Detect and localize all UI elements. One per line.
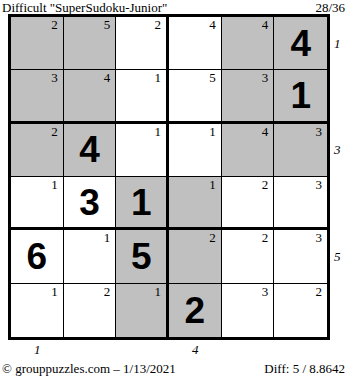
cell-r3c6[interactable]: 3 xyxy=(274,124,327,177)
cell-r3c2[interactable]: 4 xyxy=(64,124,117,177)
cell-r2c3[interactable]: 1 xyxy=(116,70,169,123)
cell-r5c1[interactable]: 6 xyxy=(11,230,64,283)
pencil-mark: 4 xyxy=(262,18,269,32)
pencil-mark: 5 xyxy=(104,18,111,32)
pencil-mark: 3 xyxy=(51,71,58,85)
cell-r5c5[interactable]: 2 xyxy=(222,230,275,283)
given-digit: 1 xyxy=(131,184,152,221)
given-digit: 4 xyxy=(290,25,311,62)
pencil-mark: 3 xyxy=(262,71,269,85)
pencil-mark: 1 xyxy=(155,71,162,85)
pencil-mark: 1 xyxy=(155,285,162,299)
cell-r4c1[interactable]: 1 xyxy=(11,177,64,230)
pencil-mark: 2 xyxy=(51,125,58,139)
cell-r2c6[interactable]: 1 xyxy=(274,70,327,123)
pencil-mark: 4 xyxy=(262,125,269,139)
pencil-mark: 1 xyxy=(209,178,216,192)
given-digit: 1 xyxy=(290,77,311,114)
pencil-mark: 3 xyxy=(316,178,323,192)
cell-r6c2[interactable]: 2 xyxy=(64,284,117,337)
given-digit: 4 xyxy=(79,131,100,168)
given-digit: 6 xyxy=(27,238,48,275)
cell-r1c5[interactable]: 4 xyxy=(222,17,275,70)
col-label-4: 4 xyxy=(192,342,199,358)
difficulty-text: Diff: 5 / 8.8642 xyxy=(264,361,345,377)
cell-r3c4[interactable]: 1 xyxy=(169,124,222,177)
cell-r4c4[interactable]: 1 xyxy=(169,177,222,230)
cell-r1c4[interactable]: 4 xyxy=(169,17,222,70)
cell-r5c3[interactable]: 5 xyxy=(116,230,169,283)
cell-r2c1[interactable]: 3 xyxy=(11,70,64,123)
cell-r2c5[interactable]: 3 xyxy=(222,70,275,123)
cell-r2c2[interactable]: 4 xyxy=(64,70,117,123)
cell-r2c4[interactable]: 5 xyxy=(169,70,222,123)
cell-r4c6[interactable]: 3 xyxy=(274,177,327,230)
cell-r1c3[interactable]: 2 xyxy=(116,17,169,70)
cell-r6c5[interactable]: 3 xyxy=(222,284,275,337)
copyright-text: © grouppuzzles.com – 1/13/2021 xyxy=(2,361,176,377)
pencil-mark: 1 xyxy=(51,285,58,299)
pencil-mark: 1 xyxy=(155,125,162,139)
col-label-1: 1 xyxy=(34,342,41,358)
cell-r1c6[interactable]: 4 xyxy=(274,17,327,70)
cell-r3c5[interactable]: 4 xyxy=(222,124,275,177)
cell-r6c1[interactable]: 1 xyxy=(11,284,64,337)
given-digit: 5 xyxy=(131,238,152,275)
pencil-mark: 1 xyxy=(104,231,111,245)
cell-r3c3[interactable]: 1 xyxy=(116,124,169,177)
pencil-mark: 3 xyxy=(262,285,269,299)
cell-r1c2[interactable]: 5 xyxy=(64,17,117,70)
pencil-mark: 2 xyxy=(316,285,323,299)
pencil-mark: 5 xyxy=(209,71,216,85)
pencil-mark: 4 xyxy=(104,71,111,85)
row-label-3: 3 xyxy=(334,142,341,158)
pencil-mark: 3 xyxy=(316,125,323,139)
pencil-mark: 2 xyxy=(155,18,162,32)
cell-r1c1[interactable]: 2 xyxy=(11,17,64,70)
row-label-1: 1 xyxy=(334,36,341,52)
row-label-5: 5 xyxy=(334,249,341,265)
pencil-mark: 3 xyxy=(316,231,323,245)
cell-r5c6[interactable]: 3 xyxy=(274,230,327,283)
puzzle-page: Difficult "SuperSudoku-Junior" 28/36 252… xyxy=(0,0,347,381)
pencil-mark: 2 xyxy=(104,285,111,299)
pencil-mark: 2 xyxy=(209,231,216,245)
pencil-mark: 4 xyxy=(209,18,216,32)
cell-r6c4[interactable]: 2 xyxy=(169,284,222,337)
cell-r4c2[interactable]: 3 xyxy=(64,177,117,230)
pencil-mark: 2 xyxy=(51,18,58,32)
pencil-mark: 1 xyxy=(209,125,216,139)
cell-r3c1[interactable]: 2 xyxy=(11,124,64,177)
pencil-mark: 2 xyxy=(262,231,269,245)
cell-r6c6[interactable]: 2 xyxy=(274,284,327,337)
pencil-mark: 1 xyxy=(51,178,58,192)
given-digit: 2 xyxy=(185,292,206,329)
sudoku-grid: 252444341531241143131123615223121232 xyxy=(8,14,330,340)
pencil-mark: 2 xyxy=(262,178,269,192)
cell-r4c3[interactable]: 1 xyxy=(116,177,169,230)
cell-r5c2[interactable]: 1 xyxy=(64,230,117,283)
cell-r6c3[interactable]: 1 xyxy=(116,284,169,337)
given-digit: 3 xyxy=(79,184,100,221)
cell-r4c5[interactable]: 2 xyxy=(222,177,275,230)
cell-r5c4[interactable]: 2 xyxy=(169,230,222,283)
